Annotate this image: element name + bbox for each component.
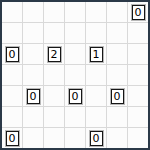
clue-box: 0 xyxy=(27,89,40,104)
cell-r4-c6[interactable] xyxy=(128,86,148,106)
cell-r0-c2[interactable] xyxy=(44,2,64,22)
cell-r3-c3[interactable] xyxy=(65,65,85,85)
clue-box: 0 xyxy=(111,89,124,104)
cell-r5-c2[interactable] xyxy=(44,107,64,127)
cell-r2-c2[interactable]: 2 xyxy=(44,44,64,64)
cell-r6-c6[interactable] xyxy=(128,128,148,148)
clue-box: 0 xyxy=(69,89,82,104)
cell-r5-c4[interactable] xyxy=(86,107,106,127)
cell-r3-c0[interactable] xyxy=(2,65,22,85)
cell-r3-c4[interactable] xyxy=(86,65,106,85)
cell-r5-c0[interactable] xyxy=(2,107,22,127)
cell-r3-c5[interactable] xyxy=(107,65,127,85)
cell-r2-c5[interactable] xyxy=(107,44,127,64)
cell-r1-c4[interactable] xyxy=(86,23,106,43)
cell-r5-c6[interactable] xyxy=(128,107,148,127)
cell-r4-c0[interactable] xyxy=(2,86,22,106)
cell-r6-c0[interactable]: 0 xyxy=(2,128,22,148)
cell-r5-c1[interactable] xyxy=(23,107,43,127)
cell-r6-c3[interactable] xyxy=(65,128,85,148)
cell-r2-c3[interactable] xyxy=(65,44,85,64)
clue-box: 0 xyxy=(132,5,145,20)
cell-r0-c3[interactable] xyxy=(65,2,85,22)
cell-r2-c6[interactable] xyxy=(128,44,148,64)
cell-r4-c2[interactable] xyxy=(44,86,64,106)
cell-r4-c3[interactable]: 0 xyxy=(65,86,85,106)
clue-box: 0 xyxy=(90,131,103,146)
cell-r6-c2[interactable] xyxy=(44,128,64,148)
cell-r3-c6[interactable] xyxy=(128,65,148,85)
clue-box: 2 xyxy=(48,47,61,62)
cell-r2-c1[interactable] xyxy=(23,44,43,64)
cell-r0-c0[interactable] xyxy=(2,2,22,22)
cell-r6-c5[interactable] xyxy=(107,128,127,148)
puzzle-board: 002100000 xyxy=(0,0,150,150)
cell-r0-c4[interactable] xyxy=(86,2,106,22)
clue-box: 1 xyxy=(90,47,103,62)
cell-r5-c5[interactable] xyxy=(107,107,127,127)
cell-r0-c6[interactable]: 0 xyxy=(128,2,148,22)
cell-r2-c0[interactable]: 0 xyxy=(2,44,22,64)
cell-r1-c1[interactable] xyxy=(23,23,43,43)
cell-r1-c5[interactable] xyxy=(107,23,127,43)
cell-r4-c4[interactable] xyxy=(86,86,106,106)
clue-box: 0 xyxy=(6,131,19,146)
cell-r1-c2[interactable] xyxy=(44,23,64,43)
cell-r6-c4[interactable]: 0 xyxy=(86,128,106,148)
cell-r3-c2[interactable] xyxy=(44,65,64,85)
cell-r1-c6[interactable] xyxy=(128,23,148,43)
cell-r4-c1[interactable]: 0 xyxy=(23,86,43,106)
cell-r5-c3[interactable] xyxy=(65,107,85,127)
cell-r1-c0[interactable] xyxy=(2,23,22,43)
cell-r1-c3[interactable] xyxy=(65,23,85,43)
cell-r6-c1[interactable] xyxy=(23,128,43,148)
cell-r0-c5[interactable] xyxy=(107,2,127,22)
cell-r3-c1[interactable] xyxy=(23,65,43,85)
cell-r0-c1[interactable] xyxy=(23,2,43,22)
cell-r2-c4[interactable]: 1 xyxy=(86,44,106,64)
clue-box: 0 xyxy=(6,47,19,62)
cell-r4-c5[interactable]: 0 xyxy=(107,86,127,106)
